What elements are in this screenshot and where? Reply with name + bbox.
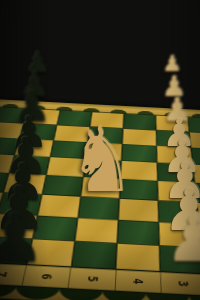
- rank-label-5: 5: [68, 268, 115, 291]
- square-b5: [75, 218, 118, 243]
- rank-label-4: 4: [114, 270, 160, 293]
- rank-label-text: 5: [84, 276, 100, 283]
- chess-photo-scene: 76543 ♟♟♟♟♟♟♟♟♟♟♟♟♟♟♟♟♞: [0, 0, 200, 300]
- square-b4: [117, 220, 159, 246]
- square-a5: [71, 241, 117, 269]
- black-pawn-a7[interactable]: ♟: [0, 205, 45, 272]
- rank-label-text: 3: [175, 280, 191, 287]
- square-a4: [116, 243, 160, 271]
- white-pawn-a3[interactable]: ♟: [165, 209, 200, 271]
- white-knight-c5[interactable]: ♞: [70, 115, 135, 205]
- rank-label-text: 4: [130, 278, 145, 285]
